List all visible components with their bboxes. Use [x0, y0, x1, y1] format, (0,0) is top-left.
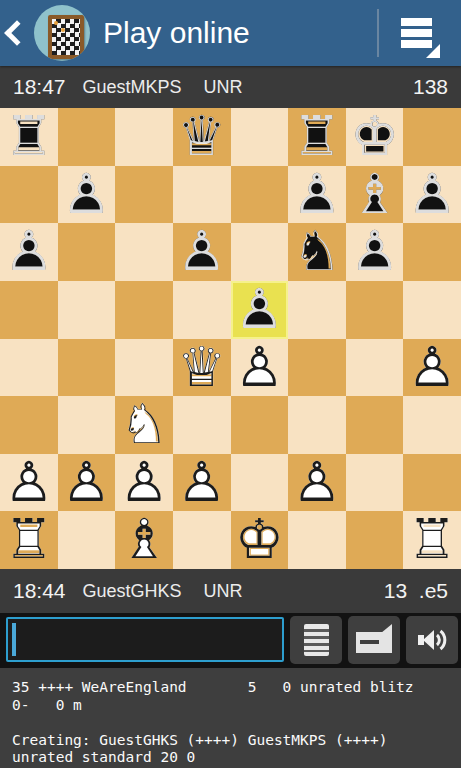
square-h6[interactable]	[403, 223, 461, 281]
black-pawn[interactable]	[403, 166, 461, 224]
chevron-left-icon	[4, 20, 29, 45]
speaker-icon	[415, 624, 449, 656]
sound-button[interactable]	[406, 616, 458, 664]
square-b7[interactable]	[58, 166, 116, 224]
app-logo-icon	[34, 5, 90, 61]
square-c8[interactable]	[115, 108, 173, 166]
square-d8[interactable]	[173, 108, 231, 166]
player-rating: UNR	[204, 581, 243, 602]
square-e5[interactable]	[231, 281, 289, 339]
square-f3[interactable]	[288, 396, 346, 454]
square-a6[interactable]	[0, 223, 58, 281]
square-h5[interactable]	[403, 281, 461, 339]
square-f5[interactable]	[288, 281, 346, 339]
actionbar-divider	[377, 9, 379, 57]
black-king[interactable]	[346, 108, 404, 166]
console-output: 35 ++++ WeAreEngland 5 0 unrated blitz 0…	[0, 668, 461, 768]
square-g6[interactable]	[346, 223, 404, 281]
black-rook[interactable]	[288, 108, 346, 166]
white-pawn[interactable]	[115, 454, 173, 512]
white-pawn[interactable]	[58, 454, 116, 512]
square-f4[interactable]	[288, 339, 346, 397]
top-bar: Play online	[0, 0, 461, 66]
square-c4[interactable]	[115, 339, 173, 397]
black-queen[interactable]	[173, 108, 231, 166]
square-f7[interactable]	[288, 166, 346, 224]
black-pawn[interactable]	[173, 223, 231, 281]
square-e3[interactable]	[231, 396, 289, 454]
square-c7[interactable]	[115, 166, 173, 224]
app-window: Play online 18:47 GuestMKPS UNR 138 18:4…	[0, 0, 461, 768]
square-d7[interactable]	[173, 166, 231, 224]
square-h2[interactable]	[403, 454, 461, 512]
square-d3[interactable]	[173, 396, 231, 454]
square-c1[interactable]	[115, 511, 173, 569]
opponent-bar: 18:47 GuestMKPS UNR 138	[0, 66, 461, 108]
white-rook[interactable]	[0, 511, 58, 569]
black-pawn[interactable]	[58, 166, 116, 224]
square-h3[interactable]	[403, 396, 461, 454]
chat-row	[0, 613, 461, 668]
white-queen[interactable]	[173, 339, 231, 397]
white-pawn[interactable]	[0, 454, 58, 512]
white-pawn[interactable]	[173, 454, 231, 512]
square-a1[interactable]	[0, 511, 58, 569]
square-b2[interactable]	[58, 454, 116, 512]
square-e8[interactable]	[231, 108, 289, 166]
square-f6[interactable]	[288, 223, 346, 281]
white-pawn[interactable]	[403, 339, 461, 397]
square-d2[interactable]	[173, 454, 231, 512]
square-f2[interactable]	[288, 454, 346, 512]
square-e1[interactable]	[231, 511, 289, 569]
square-b3[interactable]	[58, 396, 116, 454]
black-pawn[interactable]	[231, 281, 289, 339]
square-f8[interactable]	[288, 108, 346, 166]
player-clock: 18:44	[13, 579, 66, 603]
opponent-name: GuestMKPS	[83, 77, 182, 98]
square-a4[interactable]	[0, 339, 58, 397]
black-pawn[interactable]	[346, 223, 404, 281]
square-h8[interactable]	[403, 108, 461, 166]
white-pawn[interactable]	[231, 339, 289, 397]
move-list-button[interactable]	[290, 616, 342, 664]
move-list-icon	[304, 624, 329, 656]
chess-board	[0, 108, 461, 569]
square-d6[interactable]	[173, 223, 231, 281]
square-g7[interactable]	[346, 166, 404, 224]
square-b6[interactable]	[58, 223, 116, 281]
black-pawn[interactable]	[0, 223, 58, 281]
square-c3[interactable]	[115, 396, 173, 454]
square-g2[interactable]	[346, 454, 404, 512]
square-g3[interactable]	[346, 396, 404, 454]
chat-input[interactable]	[6, 617, 284, 662]
white-rook[interactable]	[403, 511, 461, 569]
page-title: Play online	[103, 16, 250, 50]
black-rook[interactable]	[0, 108, 58, 166]
square-h1[interactable]	[403, 511, 461, 569]
white-king[interactable]	[231, 511, 289, 569]
white-knight[interactable]	[115, 396, 173, 454]
square-a2[interactable]	[0, 454, 58, 512]
last-move-display: 13 .e5	[384, 579, 448, 603]
square-a3[interactable]	[0, 396, 58, 454]
square-d5[interactable]	[173, 281, 231, 339]
square-c6[interactable]	[115, 223, 173, 281]
white-bishop[interactable]	[115, 511, 173, 569]
square-h4[interactable]	[403, 339, 461, 397]
player-bar: 18:44 GuestGHKS UNR 13 .e5	[0, 569, 461, 613]
square-h7[interactable]	[403, 166, 461, 224]
square-g4[interactable]	[346, 339, 404, 397]
square-b4[interactable]	[58, 339, 116, 397]
black-pawn[interactable]	[288, 166, 346, 224]
menu-button[interactable]	[401, 18, 434, 48]
square-g8[interactable]	[346, 108, 404, 166]
logo-piece-dot	[54, 21, 58, 25]
chat-bubble-icon	[356, 632, 392, 653]
opponent-clock: 18:47	[13, 75, 66, 99]
chat-button[interactable]	[348, 616, 400, 664]
black-knight[interactable]	[288, 223, 346, 281]
overflow-menu-icon	[401, 18, 432, 48]
opponent-rating: UNR	[204, 77, 243, 98]
square-b5[interactable]	[58, 281, 116, 339]
square-g1[interactable]	[346, 511, 404, 569]
black-bishop[interactable]	[346, 166, 404, 224]
square-f1[interactable]	[288, 511, 346, 569]
square-d1[interactable]	[173, 511, 231, 569]
square-g5[interactable]	[346, 281, 404, 339]
back-button[interactable]	[0, 0, 30, 66]
square-a7[interactable]	[0, 166, 58, 224]
text-caret	[12, 623, 16, 656]
square-d4[interactable]	[173, 339, 231, 397]
square-e6[interactable]	[231, 223, 289, 281]
opponent-info: 138	[413, 75, 448, 99]
player-name: GuestGHKS	[83, 581, 182, 602]
square-b8[interactable]	[58, 108, 116, 166]
white-pawn[interactable]	[288, 454, 346, 512]
square-c2[interactable]	[115, 454, 173, 512]
square-e2[interactable]	[231, 454, 289, 512]
square-e7[interactable]	[231, 166, 289, 224]
square-a8[interactable]	[0, 108, 58, 166]
square-a5[interactable]	[0, 281, 58, 339]
square-c5[interactable]	[115, 281, 173, 339]
square-e4[interactable]	[231, 339, 289, 397]
square-b1[interactable]	[58, 511, 116, 569]
logo-piece-dot	[61, 28, 65, 32]
